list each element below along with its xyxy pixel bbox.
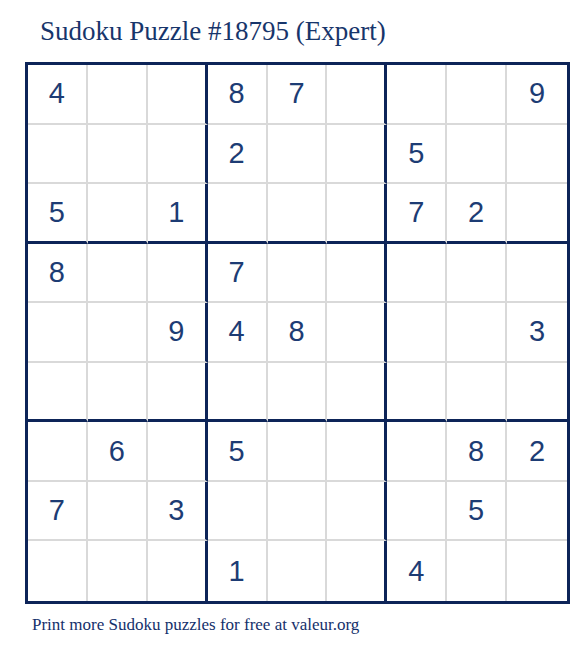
sudoku-cell-r6c6 (327, 363, 387, 423)
sudoku-cell-r4c4: 7 (208, 244, 268, 304)
sudoku-cell-r2c8 (447, 125, 507, 185)
sudoku-cell-r9c9 (507, 541, 567, 601)
sudoku-cell-r3c6 (327, 184, 387, 244)
sudoku-cell-r2c9 (507, 125, 567, 185)
sudoku-cell-r3c2 (88, 184, 148, 244)
sudoku-cell-r7c9: 2 (507, 422, 567, 482)
sudoku-cell-r6c9 (507, 363, 567, 423)
sudoku-cell-r1c6 (327, 65, 387, 125)
sudoku-cell-r8c6 (327, 482, 387, 542)
sudoku-cell-r6c2 (88, 363, 148, 423)
sudoku-cell-r9c1 (28, 541, 88, 601)
sudoku-cell-r8c1: 7 (28, 482, 88, 542)
sudoku-cell-r1c1: 4 (28, 65, 88, 125)
sudoku-cell-r4c8 (447, 244, 507, 304)
sudoku-cell-r6c7 (387, 363, 447, 423)
sudoku-cell-r7c7 (387, 422, 447, 482)
sudoku-cell-r9c2 (88, 541, 148, 601)
sudoku-cell-r3c4 (208, 184, 268, 244)
sudoku-cell-r7c6 (327, 422, 387, 482)
sudoku-cell-r6c1 (28, 363, 88, 423)
sudoku-cell-r4c1: 8 (28, 244, 88, 304)
sudoku-cell-r1c2 (88, 65, 148, 125)
sudoku-cell-r9c5 (268, 541, 328, 601)
sudoku-cell-r1c7 (387, 65, 447, 125)
sudoku-cell-r8c5 (268, 482, 328, 542)
sudoku-board: 4879255172879483658273514 (25, 62, 570, 604)
sudoku-cell-r7c5 (268, 422, 328, 482)
sudoku-cell-r5c4: 4 (208, 303, 268, 363)
sudoku-cell-r3c8: 2 (447, 184, 507, 244)
sudoku-cell-r5c3: 9 (148, 303, 208, 363)
sudoku-cell-r2c6 (327, 125, 387, 185)
sudoku-cell-r6c3 (148, 363, 208, 423)
sudoku-cell-r9c8 (447, 541, 507, 601)
sudoku-cell-r7c8: 8 (447, 422, 507, 482)
sudoku-cell-r1c4: 8 (208, 65, 268, 125)
sudoku-cell-r5c8 (447, 303, 507, 363)
sudoku-cell-r7c3 (148, 422, 208, 482)
sudoku-cell-r6c5 (268, 363, 328, 423)
sudoku-cell-r8c9 (507, 482, 567, 542)
sudoku-cell-r6c8 (447, 363, 507, 423)
footer-text: Print more Sudoku puzzles for free at va… (32, 615, 359, 635)
sudoku-cell-r5c5: 8 (268, 303, 328, 363)
sudoku-cell-r9c6 (327, 541, 387, 601)
sudoku-cell-r2c4: 2 (208, 125, 268, 185)
sudoku-cell-r8c8: 5 (447, 482, 507, 542)
sudoku-cell-r6c4 (208, 363, 268, 423)
sudoku-cell-r9c4: 1 (208, 541, 268, 601)
sudoku-cell-r1c9: 9 (507, 65, 567, 125)
sudoku-cell-r5c9: 3 (507, 303, 567, 363)
sudoku-cell-r8c3: 3 (148, 482, 208, 542)
sudoku-cell-r9c7: 4 (387, 541, 447, 601)
sudoku-cell-r2c3 (148, 125, 208, 185)
sudoku-cell-r1c5: 7 (268, 65, 328, 125)
sudoku-cell-r8c2 (88, 482, 148, 542)
sudoku-cell-r3c9 (507, 184, 567, 244)
sudoku-cell-r4c7 (387, 244, 447, 304)
sudoku-cell-r2c1 (28, 125, 88, 185)
sudoku-cell-r4c2 (88, 244, 148, 304)
sudoku-cell-r3c3: 1 (148, 184, 208, 244)
sudoku-cell-r7c2: 6 (88, 422, 148, 482)
page-title: Sudoku Puzzle #18795 (Expert) (40, 16, 386, 47)
sudoku-cell-r3c5 (268, 184, 328, 244)
sudoku-cell-r5c1 (28, 303, 88, 363)
sudoku-cell-r3c7: 7 (387, 184, 447, 244)
sudoku-cell-r4c3 (148, 244, 208, 304)
sudoku-cell-r5c6 (327, 303, 387, 363)
sudoku-cell-r4c5 (268, 244, 328, 304)
sudoku-cell-r4c9 (507, 244, 567, 304)
sudoku-cell-r8c4 (208, 482, 268, 542)
sudoku-cell-r5c2 (88, 303, 148, 363)
sudoku-cell-r9c3 (148, 541, 208, 601)
sudoku-cell-r7c1 (28, 422, 88, 482)
sudoku-cell-r1c3 (148, 65, 208, 125)
sudoku-cell-r2c7: 5 (387, 125, 447, 185)
sudoku-cell-r2c5 (268, 125, 328, 185)
sudoku-cell-r8c7 (387, 482, 447, 542)
sudoku-cell-r1c8 (447, 65, 507, 125)
sudoku-cell-r4c6 (327, 244, 387, 304)
sudoku-cell-r2c2 (88, 125, 148, 185)
sudoku-cell-r7c4: 5 (208, 422, 268, 482)
sudoku-cell-r3c1: 5 (28, 184, 88, 244)
sudoku-cell-r5c7 (387, 303, 447, 363)
